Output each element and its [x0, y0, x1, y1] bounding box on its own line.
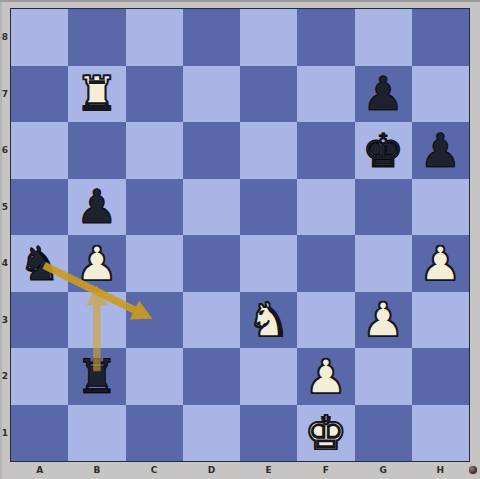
square-e6[interactable] — [240, 122, 297, 179]
file-label-a: A — [11, 462, 68, 478]
square-b7[interactable]: ♜ — [68, 66, 125, 123]
square-f3[interactable] — [297, 292, 354, 349]
square-d5[interactable] — [183, 179, 240, 236]
file-label-d: D — [183, 462, 240, 478]
square-e3[interactable]: ♞ — [240, 292, 297, 349]
file-label-e: E — [240, 462, 297, 478]
square-f6[interactable] — [297, 122, 354, 179]
square-c7[interactable] — [126, 66, 183, 123]
square-f2[interactable]: ♟ — [297, 348, 354, 405]
square-g8[interactable] — [355, 9, 412, 66]
rank-labels: 87654321 — [0, 9, 10, 461]
file-label-h: H — [412, 462, 469, 478]
rank-label-3: 3 — [0, 292, 10, 349]
square-a3[interactable] — [11, 292, 68, 349]
chess-app-window: 87654321 ♜♟♚♟♟♞♟♟♞♟♜♟♚ ABCDEFGH — [0, 0, 480, 479]
square-b5[interactable]: ♟ — [68, 179, 125, 236]
square-b6[interactable] — [68, 122, 125, 179]
board-frame: ♜♟♚♟♟♞♟♟♞♟♜♟♚ — [10, 8, 470, 462]
square-e1[interactable] — [240, 405, 297, 462]
piece-black-pawn-h6[interactable]: ♟ — [412, 122, 469, 179]
piece-black-rook-b2[interactable]: ♜ — [68, 348, 125, 405]
square-h6[interactable]: ♟ — [412, 122, 469, 179]
square-a2[interactable] — [11, 348, 68, 405]
piece-black-king-g6[interactable]: ♚ — [355, 122, 412, 179]
square-h5[interactable] — [412, 179, 469, 236]
square-a5[interactable] — [11, 179, 68, 236]
corner-knob-icon — [469, 466, 477, 474]
piece-white-pawn-g3[interactable]: ♟ — [355, 292, 412, 349]
square-f7[interactable] — [297, 66, 354, 123]
square-h8[interactable] — [412, 9, 469, 66]
piece-black-pawn-g7[interactable]: ♟ — [355, 66, 412, 123]
rank-label-7: 7 — [0, 66, 10, 123]
square-d8[interactable] — [183, 9, 240, 66]
square-b3[interactable] — [68, 292, 125, 349]
piece-white-pawn-h4[interactable]: ♟ — [412, 235, 469, 292]
square-d6[interactable] — [183, 122, 240, 179]
square-c5[interactable] — [126, 179, 183, 236]
square-f8[interactable] — [297, 9, 354, 66]
square-e5[interactable] — [240, 179, 297, 236]
piece-white-rook-b7[interactable]: ♜ — [68, 66, 125, 123]
square-d2[interactable] — [183, 348, 240, 405]
square-a4[interactable]: ♞ — [11, 235, 68, 292]
square-b1[interactable] — [68, 405, 125, 462]
square-a6[interactable] — [11, 122, 68, 179]
file-label-c: C — [126, 462, 183, 478]
square-h4[interactable]: ♟ — [412, 235, 469, 292]
square-d4[interactable] — [183, 235, 240, 292]
piece-white-pawn-f2[interactable]: ♟ — [297, 348, 354, 405]
rank-label-4: 4 — [0, 235, 10, 292]
square-c3[interactable] — [126, 292, 183, 349]
square-c6[interactable] — [126, 122, 183, 179]
square-c4[interactable] — [126, 235, 183, 292]
rank-label-8: 8 — [0, 9, 10, 66]
square-a8[interactable] — [11, 9, 68, 66]
square-g3[interactable]: ♟ — [355, 292, 412, 349]
square-f5[interactable] — [297, 179, 354, 236]
square-h2[interactable] — [412, 348, 469, 405]
piece-white-king-f1[interactable]: ♚ — [297, 405, 354, 462]
piece-black-knight-a4[interactable]: ♞ — [11, 235, 68, 292]
chess-board: ♜♟♚♟♟♞♟♟♞♟♜♟♚ — [11, 9, 469, 461]
square-c2[interactable] — [126, 348, 183, 405]
file-labels: ABCDEFGH — [11, 462, 469, 478]
square-g2[interactable] — [355, 348, 412, 405]
square-f1[interactable]: ♚ — [297, 405, 354, 462]
square-c8[interactable] — [126, 9, 183, 66]
rank-label-1: 1 — [0, 405, 10, 462]
rank-label-2: 2 — [0, 348, 10, 405]
square-g4[interactable] — [355, 235, 412, 292]
square-a1[interactable] — [11, 405, 68, 462]
square-d1[interactable] — [183, 405, 240, 462]
square-e2[interactable] — [240, 348, 297, 405]
square-d7[interactable] — [183, 66, 240, 123]
square-g5[interactable] — [355, 179, 412, 236]
file-label-f: F — [297, 462, 354, 478]
square-a7[interactable] — [11, 66, 68, 123]
square-e7[interactable] — [240, 66, 297, 123]
square-h3[interactable] — [412, 292, 469, 349]
square-g1[interactable] — [355, 405, 412, 462]
square-g6[interactable]: ♚ — [355, 122, 412, 179]
file-label-g: G — [355, 462, 412, 478]
square-e8[interactable] — [240, 9, 297, 66]
rank-label-5: 5 — [0, 179, 10, 236]
rank-label-6: 6 — [0, 122, 10, 179]
square-h1[interactable] — [412, 405, 469, 462]
piece-white-knight-e3[interactable]: ♞ — [240, 292, 297, 349]
square-g7[interactable]: ♟ — [355, 66, 412, 123]
square-b2[interactable]: ♜ — [68, 348, 125, 405]
piece-black-pawn-b5[interactable]: ♟ — [68, 179, 125, 236]
square-d3[interactable] — [183, 292, 240, 349]
square-c1[interactable] — [126, 405, 183, 462]
square-f4[interactable] — [297, 235, 354, 292]
square-b8[interactable] — [68, 9, 125, 66]
file-label-b: B — [68, 462, 125, 478]
piece-white-pawn-b4[interactable]: ♟ — [68, 235, 125, 292]
square-e4[interactable] — [240, 235, 297, 292]
square-b4[interactable]: ♟ — [68, 235, 125, 292]
square-h7[interactable] — [412, 66, 469, 123]
